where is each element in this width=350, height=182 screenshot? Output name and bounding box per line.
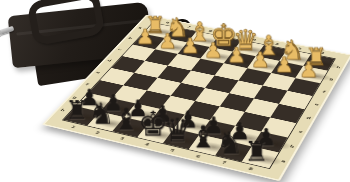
file-label: f (319, 85, 330, 98)
piece-camel-pawn[interactable]: ♟ (201, 40, 226, 61)
piece-camel-pawn[interactable]: ♟ (224, 45, 249, 66)
file-label: c (295, 124, 307, 139)
file-label: e (311, 98, 323, 112)
piece-black-knight[interactable]: ♞ (88, 99, 115, 129)
product-photo-scene: ♜♞♝♚♛♝♞♜♟♟♟♟♟♟♟♟♟♟♟♟♟♟♟♟♜♞♝♚♛♝♞♜ 8765432… (0, 0, 350, 182)
piece-camel-pawn[interactable]: ♟ (247, 50, 272, 71)
piece-black-rook[interactable]: ♜ (242, 138, 271, 166)
piece-camel-pawn[interactable]: ♟ (271, 54, 296, 76)
piece-black-queen[interactable]: ♛ (163, 114, 191, 146)
chessboard-wrap: ♜♞♝♚♛♝♞♜♟♟♟♟♟♟♟♟♟♟♟♟♟♟♟♟♜♞♝♚♛♝♞♜ 8765432… (86, 0, 324, 182)
piece-camel-pawn[interactable]: ♟ (155, 31, 180, 52)
piece-camel-pawn[interactable]: ♟ (178, 36, 203, 57)
board-frame: ♜♞♝♚♛♝♞♜♟♟♟♟♟♟♟♟♟♟♟♟♟♟♟♟♜♞♝♚♛♝♞♜ 8765432… (42, 15, 350, 182)
chessboard: ♜♞♝♚♛♝♞♜♟♟♟♟♟♟♟♟♟♟♟♟♟♟♟♟♜♞♝♚♛♝♞♜ 8765432… (42, 15, 350, 182)
file-label: d (303, 111, 315, 125)
piece-black-king[interactable]: ♚ (138, 107, 166, 141)
piece-black-knight[interactable]: ♞ (215, 128, 244, 159)
piece-camel-pawn[interactable]: ♟ (296, 59, 322, 81)
piece-camel-pawn[interactable]: ♟ (133, 27, 157, 48)
piece-black-bishop[interactable]: ♝ (112, 105, 140, 135)
piece-black-bishop[interactable]: ♝ (189, 122, 217, 153)
piece-black-rook[interactable]: ♜ (63, 97, 90, 123)
